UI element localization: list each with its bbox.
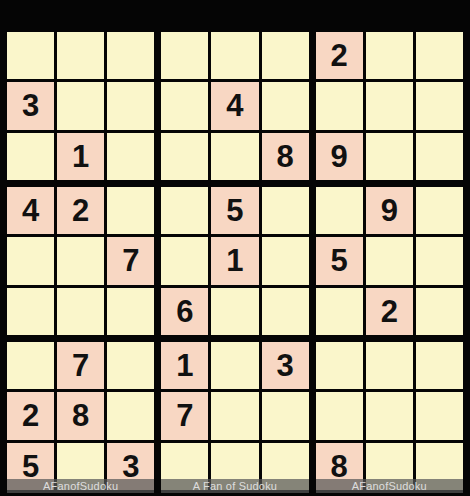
cell-r6c1[interactable] bbox=[7, 288, 54, 335]
cell-r4c9[interactable] bbox=[416, 187, 463, 234]
cell-r2c3[interactable] bbox=[107, 82, 154, 129]
box-2: 48 bbox=[161, 32, 308, 180]
cell-r4c5[interactable]: 5 bbox=[211, 187, 258, 234]
cell-r5c6[interactable] bbox=[262, 237, 309, 284]
cell-r5c4[interactable] bbox=[161, 237, 208, 284]
cell-r6c3[interactable] bbox=[107, 288, 154, 335]
cell-r8c8[interactable] bbox=[366, 392, 413, 439]
cell-r1c7[interactable]: 2 bbox=[316, 32, 363, 79]
cell-r1c4[interactable] bbox=[161, 32, 208, 79]
cell-r1c6[interactable] bbox=[262, 32, 309, 79]
cell-r5c2[interactable] bbox=[57, 237, 104, 284]
cell-r5c7[interactable]: 5 bbox=[316, 237, 363, 284]
cell-r1c2[interactable] bbox=[57, 32, 104, 79]
cell-r1c3[interactable] bbox=[107, 32, 154, 79]
cell-r6c6[interactable] bbox=[262, 288, 309, 335]
box-1: 31 bbox=[7, 32, 154, 180]
cell-r6c8[interactable]: 2 bbox=[366, 288, 413, 335]
watermark-center-label: A Fan of Sudoku bbox=[193, 480, 277, 492]
cell-r2c5[interactable]: 4 bbox=[211, 82, 258, 129]
cell-r7c9[interactable] bbox=[416, 342, 463, 389]
cell-r6c9[interactable] bbox=[416, 288, 463, 335]
cell-r5c3[interactable]: 7 bbox=[107, 237, 154, 284]
cell-r4c1[interactable]: 4 bbox=[7, 187, 54, 234]
cell-r1c5[interactable] bbox=[211, 32, 258, 79]
box-5: 516 bbox=[161, 187, 308, 335]
box-6: 952 bbox=[316, 187, 463, 335]
cell-r3c1[interactable] bbox=[7, 133, 54, 180]
watermark-center: A Fan of Sudoku bbox=[161, 479, 308, 493]
cell-r7c1[interactable] bbox=[7, 342, 54, 389]
cell-r5c9[interactable] bbox=[416, 237, 463, 284]
box-3: 29 bbox=[316, 32, 463, 180]
cell-r2c2[interactable] bbox=[57, 82, 104, 129]
watermark-bar: AFanofSudoku A Fan of Sudoku AFanofSudok… bbox=[7, 479, 463, 493]
cell-r6c2[interactable] bbox=[57, 288, 104, 335]
cell-r8c2[interactable]: 8 bbox=[57, 392, 104, 439]
cell-r8c5[interactable] bbox=[211, 392, 258, 439]
cell-r4c4[interactable] bbox=[161, 187, 208, 234]
box-8: 137 bbox=[161, 342, 308, 490]
sudoku-board: 314829427516952728531378 bbox=[7, 32, 463, 490]
cell-r6c5[interactable] bbox=[211, 288, 258, 335]
cell-r8c3[interactable] bbox=[107, 392, 154, 439]
watermark-right-label: AFanofSudoku bbox=[352, 480, 427, 492]
cell-r5c8[interactable] bbox=[366, 237, 413, 284]
cell-r2c9[interactable] bbox=[416, 82, 463, 129]
cell-r8c7[interactable] bbox=[316, 392, 363, 439]
cell-r3c9[interactable] bbox=[416, 133, 463, 180]
cell-r1c8[interactable] bbox=[366, 32, 413, 79]
cell-r1c1[interactable] bbox=[7, 32, 54, 79]
cell-r3c3[interactable] bbox=[107, 133, 154, 180]
cell-r2c8[interactable] bbox=[366, 82, 413, 129]
watermark-right: AFanofSudoku bbox=[316, 479, 463, 493]
cell-r7c2[interactable]: 7 bbox=[57, 342, 104, 389]
cell-r7c3[interactable] bbox=[107, 342, 154, 389]
cell-r4c7[interactable] bbox=[316, 187, 363, 234]
box-9: 8 bbox=[316, 342, 463, 490]
cell-r3c5[interactable] bbox=[211, 133, 258, 180]
watermark-left: AFanofSudoku bbox=[7, 479, 154, 493]
cell-r2c6[interactable] bbox=[262, 82, 309, 129]
sudoku-page: 314829427516952728531378 AFanofSudoku A … bbox=[0, 0, 470, 496]
cell-r7c5[interactable] bbox=[211, 342, 258, 389]
cell-r3c8[interactable] bbox=[366, 133, 413, 180]
cell-r7c4[interactable]: 1 bbox=[161, 342, 208, 389]
cell-r2c7[interactable] bbox=[316, 82, 363, 129]
cell-r5c1[interactable] bbox=[7, 237, 54, 284]
cell-r4c3[interactable] bbox=[107, 187, 154, 234]
cell-r3c4[interactable] bbox=[161, 133, 208, 180]
cell-r3c7[interactable]: 9 bbox=[316, 133, 363, 180]
cell-r1c9[interactable] bbox=[416, 32, 463, 79]
cell-r8c9[interactable] bbox=[416, 392, 463, 439]
cell-r3c6[interactable]: 8 bbox=[262, 133, 309, 180]
cell-r7c6[interactable]: 3 bbox=[262, 342, 309, 389]
cell-r6c4[interactable]: 6 bbox=[161, 288, 208, 335]
box-4: 427 bbox=[7, 187, 154, 335]
cell-r6c7[interactable] bbox=[316, 288, 363, 335]
cell-r8c4[interactable]: 7 bbox=[161, 392, 208, 439]
cell-r8c1[interactable]: 2 bbox=[7, 392, 54, 439]
cell-r4c6[interactable] bbox=[262, 187, 309, 234]
cell-r4c8[interactable]: 9 bbox=[366, 187, 413, 234]
cell-r2c4[interactable] bbox=[161, 82, 208, 129]
cell-r5c5[interactable]: 1 bbox=[211, 237, 258, 284]
cell-r7c8[interactable] bbox=[366, 342, 413, 389]
watermark-left-label: AFanofSudoku bbox=[43, 480, 118, 492]
cell-r4c2[interactable]: 2 bbox=[57, 187, 104, 234]
cell-r3c2[interactable]: 1 bbox=[57, 133, 104, 180]
cell-r7c7[interactable] bbox=[316, 342, 363, 389]
cell-r8c6[interactable] bbox=[262, 392, 309, 439]
box-7: 72853 bbox=[7, 342, 154, 490]
cell-r2c1[interactable]: 3 bbox=[7, 82, 54, 129]
